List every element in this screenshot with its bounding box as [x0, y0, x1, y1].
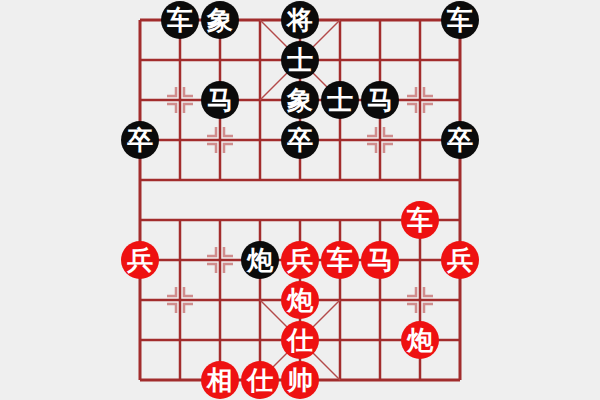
black-advisor[interactable]: 士	[281, 41, 319, 79]
red-chariot[interactable]: 车	[321, 241, 359, 279]
black-elephant[interactable]: 象	[201, 1, 239, 39]
red-soldier[interactable]: 兵	[121, 241, 159, 279]
red-general[interactable]: 帅	[281, 361, 319, 399]
pieces-layer: 车象将车士马象士马卒卒卒车兵炮兵车马兵炮仕炮相仕帅	[120, 0, 480, 400]
black-advisor[interactable]: 士	[321, 81, 359, 119]
red-soldier[interactable]: 兵	[281, 241, 319, 279]
red-soldier[interactable]: 兵	[441, 241, 479, 279]
red-advisor[interactable]: 仕	[241, 361, 279, 399]
red-horse[interactable]: 马	[361, 241, 399, 279]
red-cannon[interactable]: 炮	[401, 321, 439, 359]
black-soldier[interactable]: 卒	[281, 121, 319, 159]
black-general[interactable]: 将	[281, 1, 319, 39]
red-advisor[interactable]: 仕	[281, 321, 319, 359]
black-soldier[interactable]: 卒	[121, 121, 159, 159]
black-soldier[interactable]: 卒	[441, 121, 479, 159]
red-elephant[interactable]: 相	[201, 361, 239, 399]
black-horse[interactable]: 马	[201, 81, 239, 119]
xiangqi-board: 车象将车士马象士马卒卒卒车兵炮兵车马兵炮仕炮相仕帅	[0, 0, 600, 400]
black-cannon[interactable]: 炮	[241, 241, 279, 279]
black-chariot[interactable]: 车	[161, 1, 199, 39]
black-chariot[interactable]: 车	[441, 1, 479, 39]
red-cannon[interactable]: 炮	[281, 281, 319, 319]
black-elephant[interactable]: 象	[281, 81, 319, 119]
red-chariot[interactable]: 车	[401, 201, 439, 239]
black-horse[interactable]: 马	[361, 81, 399, 119]
